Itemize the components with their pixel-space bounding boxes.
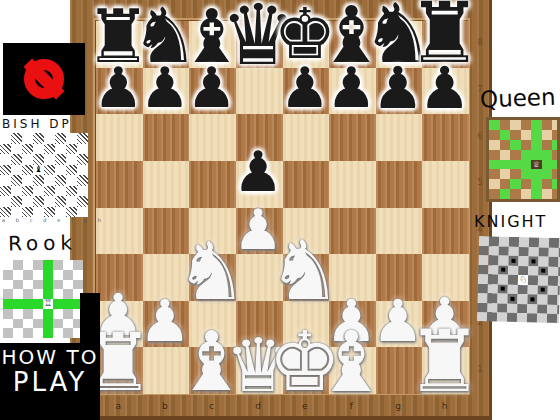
knight-move-dot (508, 256, 518, 266)
knight-move-dot (538, 285, 548, 295)
black-p-e7[interactable]: ♟ (280, 60, 330, 116)
black-p-d5[interactable]: ♟ (233, 144, 283, 200)
white-b-f1[interactable]: ♝ (314, 320, 389, 404)
knight-move-dot (498, 265, 508, 275)
square-f5[interactable] (329, 161, 376, 208)
square-c5[interactable] (189, 161, 236, 208)
black-strip (80, 293, 100, 343)
square-g4[interactable] (376, 208, 423, 255)
square-b6[interactable] (143, 114, 190, 161)
black-p-b7[interactable]: ♟ (140, 60, 190, 116)
how-to-play-button[interactable]: HOW TO PLAY (0, 343, 100, 420)
chess-board[interactable]: 87654321 abcdefgh ♜♞♝♛♚♝♞♜♟♟♟♟♟♟♟♟♟♞♞♟♟♟… (70, 0, 492, 420)
square-f6[interactable] (329, 114, 376, 161)
black-p-f7[interactable]: ♟ (326, 60, 376, 116)
board-right-edge (489, 0, 492, 420)
queen-panel-title: Queen (480, 84, 560, 113)
knight-move-dot (538, 266, 548, 276)
bishop-icon: ♝ (33, 165, 44, 176)
square-e5[interactable] (283, 161, 330, 208)
bishop-diagram-coords: a b c d e f g h (2, 217, 88, 223)
square-a6[interactable] (96, 114, 143, 161)
how-to-play-label-line1: HOW TO (0, 345, 100, 369)
no-entry-icon (24, 59, 64, 99)
how-to-play-label-line2: PLAY (0, 367, 100, 397)
square-e6[interactable] (283, 114, 330, 161)
white-r-h1[interactable]: ♜ (406, 318, 483, 404)
file-label-b: b (157, 401, 173, 411)
square-c6[interactable] (189, 114, 236, 161)
rook-icon: ♖ (43, 299, 53, 309)
knight-move-dot (507, 294, 517, 304)
rook-panel-title: Rook (8, 230, 77, 255)
square-a4[interactable] (96, 208, 143, 255)
knight-move-dot (498, 284, 508, 294)
black-p-h7[interactable]: ♟ (419, 59, 471, 117)
file-label-g: g (390, 401, 406, 411)
black-p-a7[interactable]: ♟ (93, 60, 143, 116)
square-h4[interactable] (422, 208, 469, 255)
chess-game-app: 87654321 abcdefgh ♜♞♝♛♚♝♞♜♟♟♟♟♟♟♟♟♟♞♞♟♟♟… (0, 0, 560, 420)
bishop-moves-diagram: ♝ (0, 133, 88, 217)
square-h5[interactable] (422, 161, 469, 208)
black-p-g7[interactable]: ♟ (372, 59, 424, 117)
board-bottom-edge (70, 416, 492, 420)
rook-moves-diagram: ♖ (3, 260, 83, 338)
knight-move-dot (527, 294, 537, 304)
knight-move-dot (528, 256, 538, 266)
square-g5[interactable] (376, 161, 423, 208)
square-a5[interactable] (96, 161, 143, 208)
knight-moves-diagram: ♘ (477, 236, 560, 323)
square-b5[interactable] (143, 161, 190, 208)
prohibition-sign (3, 43, 85, 115)
queen-moves-diagram: ♕ (486, 117, 560, 202)
knight-panel-title: KNIGHT (474, 212, 560, 231)
black-p-c7[interactable]: ♟ (186, 60, 236, 116)
queen-icon: ♕ (531, 160, 542, 170)
bishop-panel-title: BISH DP (2, 117, 90, 131)
knight-icon: ♘ (518, 275, 528, 285)
